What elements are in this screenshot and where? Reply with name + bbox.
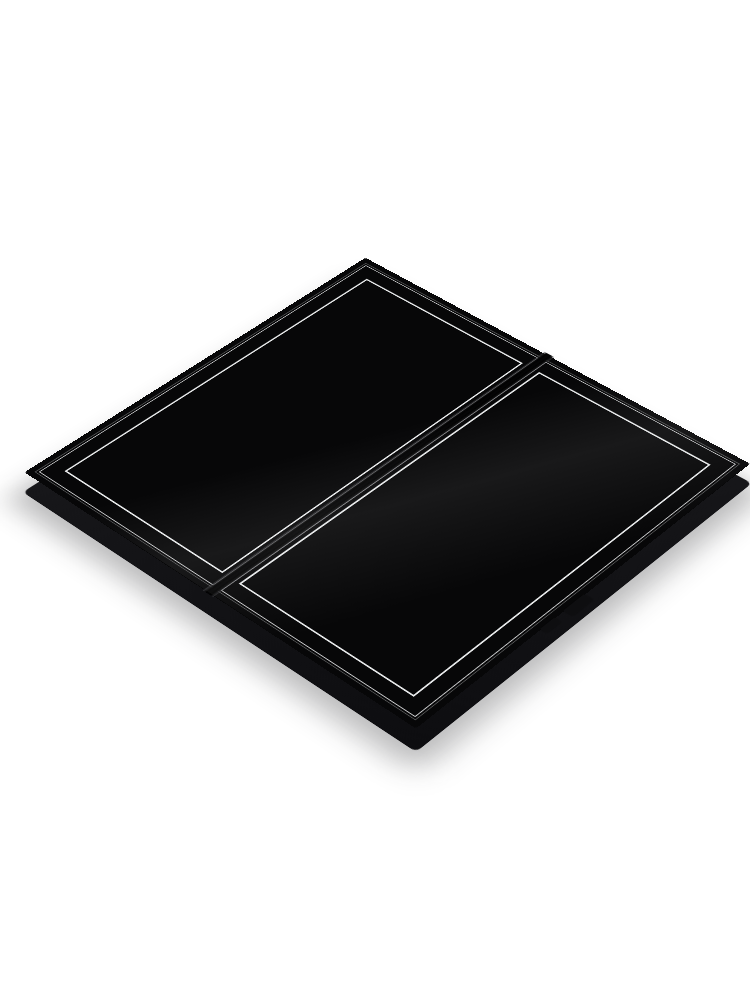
- scene: [0, 0, 750, 1000]
- right-half-playing-border: [239, 372, 711, 697]
- fold-hinge-seam: [203, 352, 555, 598]
- board-surface: [24, 258, 750, 729]
- product-photo-stage: [0, 0, 750, 1000]
- surface-sheen: [24, 257, 750, 728]
- game-board: [24, 258, 750, 729]
